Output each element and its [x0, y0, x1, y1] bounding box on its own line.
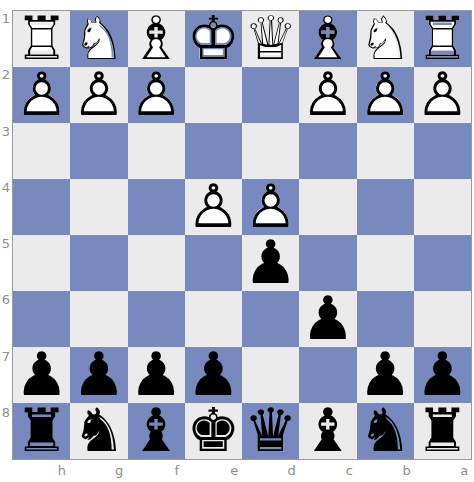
- square-f6[interactable]: [128, 291, 185, 347]
- square-d6[interactable]: [242, 291, 299, 347]
- square-h6[interactable]: [13, 291, 70, 347]
- square-d7[interactable]: [242, 347, 299, 403]
- square-h5[interactable]: [13, 235, 70, 291]
- piece-black-rook: ♜: [13, 402, 70, 458]
- square-f2[interactable]: ♟♙: [128, 67, 185, 123]
- file-label-a: a: [436, 462, 474, 477]
- square-b5[interactable]: [357, 235, 414, 291]
- piece-fill-white-pawn: ♟: [70, 66, 127, 122]
- rank-label-7: 7: [0, 348, 12, 404]
- piece-fill-white-queen: ♛: [242, 10, 299, 66]
- rank-label-4: 4: [0, 179, 12, 235]
- square-a4[interactable]: [414, 179, 471, 235]
- piece-white-rook: ♖: [414, 10, 471, 66]
- square-a5[interactable]: [414, 235, 471, 291]
- file-label-d: d: [263, 462, 321, 477]
- square-g6[interactable]: [70, 291, 127, 347]
- square-a2[interactable]: ♟♙: [414, 67, 471, 123]
- square-c7[interactable]: [299, 347, 356, 403]
- piece-black-king: ♚: [185, 402, 242, 458]
- piece-fill-white-pawn: ♟: [242, 178, 299, 234]
- square-c1[interactable]: ♝♗: [299, 11, 356, 67]
- piece-fill-white-bishop: ♝: [299, 10, 356, 66]
- square-b3[interactable]: [357, 123, 414, 179]
- square-e6[interactable]: [185, 291, 242, 347]
- board: ♜♖♞♘♝♗♚♔♛♕♝♗♞♘♜♖♟♙♟♙♟♙♟♙♟♙♟♙♟♙♟♙♟♟♟♟♟♟♟♟…: [12, 10, 472, 460]
- rank-label-3: 3: [0, 123, 12, 179]
- piece-black-queen: ♛: [242, 402, 299, 458]
- square-f1[interactable]: ♝♗: [128, 11, 185, 67]
- square-d8[interactable]: ♛: [242, 403, 299, 459]
- square-e3[interactable]: [185, 123, 242, 179]
- square-g8[interactable]: ♞: [70, 403, 127, 459]
- piece-white-king: ♔: [185, 10, 242, 66]
- piece-fill-white-pawn: ♟: [13, 66, 70, 122]
- square-b4[interactable]: [357, 179, 414, 235]
- chessboard-widget: 1 2 3 4 5 6 7 8 ♜♖♞♘♝♗♚♔♛♕♝♗♞♘♜♖♟♙♟♙♟♙♟♙…: [0, 0, 474, 482]
- piece-black-bishop: ♝: [299, 402, 356, 458]
- square-h7[interactable]: ♟: [13, 347, 70, 403]
- piece-black-bishop: ♝: [128, 402, 185, 458]
- square-e5[interactable]: [185, 235, 242, 291]
- square-c5[interactable]: [299, 235, 356, 291]
- rank-label-8: 8: [0, 404, 12, 460]
- piece-white-pawn: ♙: [414, 66, 471, 122]
- square-e7[interactable]: ♟: [185, 347, 242, 403]
- square-a6[interactable]: [414, 291, 471, 347]
- square-a3[interactable]: [414, 123, 471, 179]
- square-b1[interactable]: ♞♘: [357, 11, 414, 67]
- piece-fill-white-pawn: ♟: [128, 66, 185, 122]
- square-d5[interactable]: ♟: [242, 235, 299, 291]
- square-b6[interactable]: [357, 291, 414, 347]
- square-f7[interactable]: ♟: [128, 347, 185, 403]
- file-label-f: f: [148, 462, 206, 477]
- square-d2[interactable]: [242, 67, 299, 123]
- piece-black-pawn: ♟: [299, 290, 356, 346]
- piece-black-rook: ♜: [414, 402, 471, 458]
- square-g5[interactable]: [70, 235, 127, 291]
- square-h8[interactable]: ♜: [13, 403, 70, 459]
- square-d1[interactable]: ♛♕: [242, 11, 299, 67]
- rank-labels: 1 2 3 4 5 6 7 8: [0, 10, 12, 460]
- square-e2[interactable]: [185, 67, 242, 123]
- piece-white-knight: ♘: [357, 10, 414, 66]
- piece-fill-white-pawn: ♟: [414, 66, 471, 122]
- piece-white-pawn: ♙: [13, 66, 70, 122]
- piece-black-pawn: ♟: [242, 234, 299, 290]
- square-g3[interactable]: [70, 123, 127, 179]
- square-e1[interactable]: ♚♔: [185, 11, 242, 67]
- piece-black-pawn: ♟: [414, 346, 471, 402]
- piece-black-pawn: ♟: [185, 346, 242, 402]
- piece-white-pawn: ♙: [299, 66, 356, 122]
- piece-fill-white-bishop: ♝: [128, 10, 185, 66]
- file-label-b: b: [378, 462, 436, 477]
- square-b7[interactable]: ♟: [357, 347, 414, 403]
- square-b2[interactable]: ♟♙: [357, 67, 414, 123]
- rank-label-5: 5: [0, 235, 12, 291]
- piece-white-bishop: ♗: [128, 10, 185, 66]
- piece-black-pawn: ♟: [13, 346, 70, 402]
- square-a8[interactable]: ♜: [414, 403, 471, 459]
- piece-fill-white-pawn: ♟: [299, 66, 356, 122]
- piece-fill-white-knight: ♞: [70, 10, 127, 66]
- square-f8[interactable]: ♝: [128, 403, 185, 459]
- piece-white-knight: ♘: [70, 10, 127, 66]
- rank-label-1: 1: [0, 10, 12, 66]
- piece-fill-white-pawn: ♟: [185, 178, 242, 234]
- square-e8[interactable]: ♚: [185, 403, 242, 459]
- piece-white-pawn: ♙: [357, 66, 414, 122]
- square-g2[interactable]: ♟♙: [70, 67, 127, 123]
- piece-black-knight: ♞: [357, 402, 414, 458]
- rank-label-6: 6: [0, 291, 12, 347]
- file-label-e: e: [206, 462, 264, 477]
- square-d4[interactable]: ♟♙: [242, 179, 299, 235]
- piece-fill-white-king: ♚: [185, 10, 242, 66]
- square-c4[interactable]: [299, 179, 356, 235]
- file-labels: h g f e d c b a: [33, 462, 474, 477]
- square-b8[interactable]: ♞: [357, 403, 414, 459]
- piece-white-pawn: ♙: [128, 66, 185, 122]
- square-g4[interactable]: [70, 179, 127, 235]
- piece-black-pawn: ♟: [70, 346, 127, 402]
- piece-fill-white-pawn: ♟: [357, 66, 414, 122]
- square-h3[interactable]: [13, 123, 70, 179]
- piece-white-pawn: ♙: [242, 178, 299, 234]
- square-h4[interactable]: [13, 179, 70, 235]
- rank-label-2: 2: [0, 66, 12, 122]
- square-c3[interactable]: [299, 123, 356, 179]
- piece-white-rook: ♖: [13, 10, 70, 66]
- piece-black-pawn: ♟: [357, 346, 414, 402]
- file-label-g: g: [91, 462, 149, 477]
- piece-white-pawn: ♙: [185, 178, 242, 234]
- square-a1[interactable]: ♜♖: [414, 11, 471, 67]
- square-f4[interactable]: [128, 179, 185, 235]
- square-g7[interactable]: ♟: [70, 347, 127, 403]
- square-c8[interactable]: ♝: [299, 403, 356, 459]
- square-f5[interactable]: [128, 235, 185, 291]
- file-label-h: h: [33, 462, 91, 477]
- square-h1[interactable]: ♜♖: [13, 11, 70, 67]
- square-d3[interactable]: [242, 123, 299, 179]
- piece-black-pawn: ♟: [128, 346, 185, 402]
- square-c6[interactable]: ♟: [299, 291, 356, 347]
- square-e4[interactable]: ♟♙: [185, 179, 242, 235]
- piece-fill-white-rook: ♜: [414, 10, 471, 66]
- square-f3[interactable]: [128, 123, 185, 179]
- piece-white-bishop: ♗: [299, 10, 356, 66]
- piece-white-pawn: ♙: [70, 66, 127, 122]
- piece-fill-white-rook: ♜: [13, 10, 70, 66]
- piece-white-queen: ♕: [242, 10, 299, 66]
- square-a7[interactable]: ♟: [414, 347, 471, 403]
- file-label-c: c: [321, 462, 379, 477]
- square-h2[interactable]: ♟♙: [13, 67, 70, 123]
- square-g1[interactable]: ♞♘: [70, 11, 127, 67]
- square-c2[interactable]: ♟♙: [299, 67, 356, 123]
- piece-black-knight: ♞: [70, 402, 127, 458]
- piece-fill-white-knight: ♞: [357, 10, 414, 66]
